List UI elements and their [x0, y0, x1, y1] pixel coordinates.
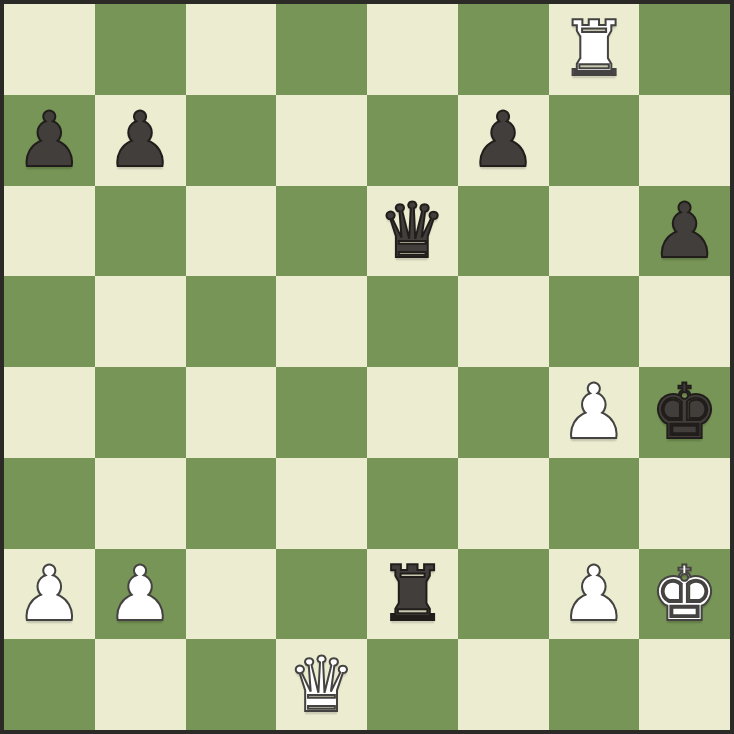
square-a3[interactable] — [4, 458, 95, 549]
square-e8[interactable] — [367, 4, 458, 95]
square-h6[interactable]: ♟ — [639, 186, 730, 277]
square-c5[interactable] — [186, 276, 277, 367]
piece-white-pawn-g2[interactable]: ♟ — [560, 556, 628, 632]
square-c3[interactable] — [186, 458, 277, 549]
square-h1[interactable] — [639, 639, 730, 730]
square-f6[interactable] — [458, 186, 549, 277]
square-d6[interactable] — [276, 186, 367, 277]
piece-white-pawn-a2[interactable]: ♟ — [15, 556, 83, 632]
chess-board-frame: ♜♟♟♟♛♟♟♚♟♟♜♟♚♛ — [0, 0, 734, 734]
square-e1[interactable] — [367, 639, 458, 730]
square-h7[interactable] — [639, 95, 730, 186]
square-c6[interactable] — [186, 186, 277, 277]
square-g2[interactable]: ♟ — [549, 549, 640, 640]
square-a7[interactable]: ♟ — [4, 95, 95, 186]
piece-black-rook-e2[interactable]: ♜ — [378, 556, 446, 632]
square-a2[interactable]: ♟ — [4, 549, 95, 640]
piece-black-queen-e6[interactable]: ♛ — [378, 193, 446, 269]
square-c2[interactable] — [186, 549, 277, 640]
square-h3[interactable] — [639, 458, 730, 549]
square-d5[interactable] — [276, 276, 367, 367]
square-d1[interactable]: ♛ — [276, 639, 367, 730]
piece-black-king-h4[interactable]: ♚ — [651, 374, 719, 450]
square-c8[interactable] — [186, 4, 277, 95]
square-b3[interactable] — [95, 458, 186, 549]
square-a8[interactable] — [4, 4, 95, 95]
square-a5[interactable] — [4, 276, 95, 367]
square-b4[interactable] — [95, 367, 186, 458]
square-g3[interactable] — [549, 458, 640, 549]
square-e6[interactable]: ♛ — [367, 186, 458, 277]
square-b1[interactable] — [95, 639, 186, 730]
square-b6[interactable] — [95, 186, 186, 277]
square-d3[interactable] — [276, 458, 367, 549]
chess-board: ♜♟♟♟♛♟♟♚♟♟♜♟♚♛ — [4, 4, 730, 730]
square-d4[interactable] — [276, 367, 367, 458]
square-g7[interactable] — [549, 95, 640, 186]
square-e5[interactable] — [367, 276, 458, 367]
square-g5[interactable] — [549, 276, 640, 367]
square-d2[interactable] — [276, 549, 367, 640]
square-f1[interactable] — [458, 639, 549, 730]
square-d7[interactable] — [276, 95, 367, 186]
piece-black-pawn-a7[interactable]: ♟ — [15, 102, 83, 178]
square-g8[interactable]: ♜ — [549, 4, 640, 95]
square-h4[interactable]: ♚ — [639, 367, 730, 458]
square-a1[interactable] — [4, 639, 95, 730]
square-c1[interactable] — [186, 639, 277, 730]
piece-black-pawn-b7[interactable]: ♟ — [106, 102, 174, 178]
square-e4[interactable] — [367, 367, 458, 458]
square-g4[interactable]: ♟ — [549, 367, 640, 458]
piece-white-pawn-g4[interactable]: ♟ — [560, 374, 628, 450]
square-b7[interactable]: ♟ — [95, 95, 186, 186]
square-h5[interactable] — [639, 276, 730, 367]
square-f4[interactable] — [458, 367, 549, 458]
piece-white-pawn-b2[interactable]: ♟ — [106, 556, 174, 632]
piece-white-king-h2[interactable]: ♚ — [651, 556, 719, 632]
square-c7[interactable] — [186, 95, 277, 186]
square-h8[interactable] — [639, 4, 730, 95]
square-b5[interactable] — [95, 276, 186, 367]
square-c4[interactable] — [186, 367, 277, 458]
piece-white-rook-g8[interactable]: ♜ — [560, 11, 628, 87]
square-b2[interactable]: ♟ — [95, 549, 186, 640]
square-e2[interactable]: ♜ — [367, 549, 458, 640]
square-f5[interactable] — [458, 276, 549, 367]
piece-black-pawn-f7[interactable]: ♟ — [469, 102, 537, 178]
square-f7[interactable]: ♟ — [458, 95, 549, 186]
square-b8[interactable] — [95, 4, 186, 95]
square-f8[interactable] — [458, 4, 549, 95]
square-f2[interactable] — [458, 549, 549, 640]
piece-white-queen-d1[interactable]: ♛ — [288, 647, 356, 723]
square-a4[interactable] — [4, 367, 95, 458]
square-g6[interactable] — [549, 186, 640, 277]
square-e7[interactable] — [367, 95, 458, 186]
square-e3[interactable] — [367, 458, 458, 549]
square-g1[interactable] — [549, 639, 640, 730]
square-h2[interactable]: ♚ — [639, 549, 730, 640]
square-d8[interactable] — [276, 4, 367, 95]
piece-black-pawn-h6[interactable]: ♟ — [651, 193, 719, 269]
square-a6[interactable] — [4, 186, 95, 277]
square-f3[interactable] — [458, 458, 549, 549]
